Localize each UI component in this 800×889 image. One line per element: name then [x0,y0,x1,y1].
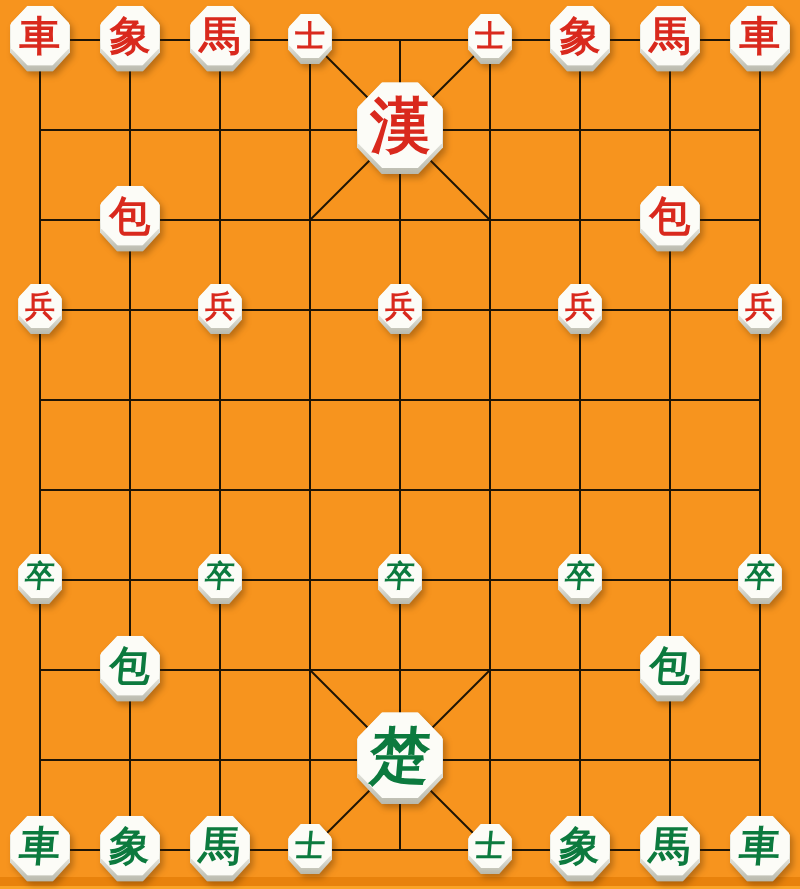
piece-cho-chariot-i10[interactable]: 車 [730,816,790,882]
piece-glyph-soldier: 兵 [378,284,422,328]
piece-glyph-cannon: 包 [640,186,700,246]
piece-glyph-cannon: 包 [97,636,162,696]
piece-han-cannon-h3[interactable]: 包 [640,186,700,252]
piece-cho-general-e9[interactable]: 楚 [357,712,443,804]
piece-han-soldier-i4[interactable]: 兵 [738,284,782,334]
piece-cho-elephant-b10[interactable]: 象 [100,816,160,882]
piece-glyph-horse: 馬 [640,6,700,66]
piece-glyph-chariot: 車 [10,6,70,66]
piece-glyph-soldier: 卒 [736,554,784,598]
piece-cho-soldier-i7[interactable]: 卒 [738,554,782,604]
piece-han-guard-d1[interactable]: 士 [288,14,332,64]
piece-glyph-elephant: 象 [97,816,162,876]
piece-han-chariot-i1[interactable]: 車 [730,6,790,72]
piece-han-soldier-g4[interactable]: 兵 [558,284,602,334]
piece-glyph-cannon: 包 [100,186,160,246]
piece-cho-elephant-g10[interactable]: 象 [550,816,610,882]
piece-han-elephant-b1[interactable]: 象 [100,6,160,72]
piece-glyph-elephant: 象 [100,6,160,66]
piece-han-horse-c1[interactable]: 馬 [190,6,250,72]
piece-glyph-soldier: 卒 [16,554,64,598]
piece-cho-cannon-h8[interactable]: 包 [640,636,700,702]
piece-cho-soldier-a7[interactable]: 卒 [18,554,62,604]
piece-glyph-elephant: 象 [550,6,610,66]
piece-cho-soldier-c7[interactable]: 卒 [198,554,242,604]
piece-cho-chariot-a10[interactable]: 車 [10,816,70,882]
piece-han-cannon-b3[interactable]: 包 [100,186,160,252]
piece-glyph-guard: 士 [468,14,512,58]
piece-cho-soldier-g7[interactable]: 卒 [558,554,602,604]
piece-glyph-guard: 士 [466,824,514,868]
piece-han-elephant-g1[interactable]: 象 [550,6,610,72]
piece-glyph-chariot: 車 [730,6,790,66]
piece-glyph-horse: 馬 [190,6,250,66]
piece-glyph-horse: 馬 [637,816,702,876]
piece-glyph-horse: 馬 [187,816,252,876]
piece-cho-horse-c10[interactable]: 馬 [190,816,250,882]
piece-han-soldier-e4[interactable]: 兵 [378,284,422,334]
piece-glyph-soldier: 卒 [376,554,424,598]
piece-han-chariot-a1[interactable]: 車 [10,6,70,72]
piece-glyph-soldier: 兵 [558,284,602,328]
piece-glyph-soldier: 卒 [556,554,604,598]
piece-glyph-elephant: 象 [547,816,612,876]
piece-cho-soldier-e7[interactable]: 卒 [378,554,422,604]
piece-cho-horse-h10[interactable]: 馬 [640,816,700,882]
piece-han-soldier-a4[interactable]: 兵 [18,284,62,334]
janggi-board: 車象馬士士象馬車漢包包兵兵兵兵兵卒卒卒卒卒包包楚車象馬士士象馬車 [0,0,800,889]
piece-glyph-soldier: 兵 [198,284,242,328]
piece-glyph-soldier: 兵 [18,284,62,328]
piece-glyph-soldier: 兵 [738,284,782,328]
piece-glyph-general: 楚 [353,712,447,798]
piece-glyph-guard: 士 [286,824,334,868]
piece-han-general-e2[interactable]: 漢 [357,82,443,174]
piece-glyph-general: 漢 [357,82,443,168]
piece-cho-guard-f10[interactable]: 士 [468,824,512,874]
piece-glyph-chariot: 車 [7,816,72,876]
piece-han-guard-f1[interactable]: 士 [468,14,512,64]
piece-cho-guard-d10[interactable]: 士 [288,824,332,874]
piece-cho-cannon-b8[interactable]: 包 [100,636,160,702]
piece-glyph-cannon: 包 [637,636,702,696]
piece-glyph-guard: 士 [288,14,332,58]
piece-glyph-soldier: 卒 [196,554,244,598]
piece-han-horse-h1[interactable]: 馬 [640,6,700,72]
piece-han-soldier-c4[interactable]: 兵 [198,284,242,334]
piece-glyph-chariot: 車 [727,816,792,876]
